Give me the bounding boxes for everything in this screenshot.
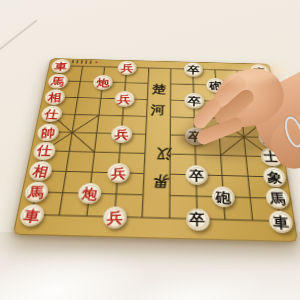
photo-scene: 楚 河 汉 界 車馬相仕帥仕相馬車炮炮兵兵兵兵兵車馬象士將士象馬車砲砲卒卒卒卒卒 bbox=[0, 0, 300, 300]
hand bbox=[0, 0, 300, 300]
